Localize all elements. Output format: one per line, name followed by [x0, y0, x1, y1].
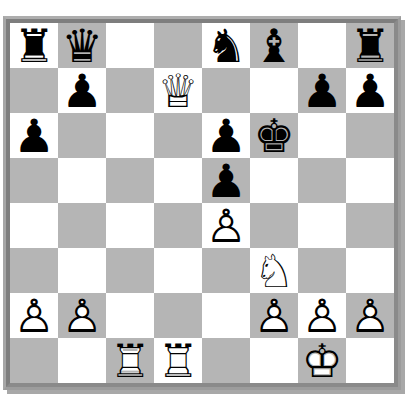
square-d6[interactable]	[154, 113, 202, 158]
board-inner-frame: ♜♛♞♝♜♟♛♕♟♟♟♟♚♟♟♙♞♘♟♙♟♙♟♙♟♙♟♙♜♖♜♖♚♔	[6, 19, 398, 387]
square-e6[interactable]: ♟	[202, 113, 250, 158]
black-pawn: ♟	[10, 113, 58, 158]
square-a5[interactable]	[10, 158, 58, 203]
square-h4[interactable]	[346, 203, 394, 248]
square-d7[interactable]: ♛♕	[154, 68, 202, 113]
square-d4[interactable]	[154, 203, 202, 248]
chess-board-grid: ♜♛♞♝♜♟♛♕♟♟♟♟♚♟♟♙♞♘♟♙♟♙♟♙♟♙♟♙♜♖♜♖♚♔	[10, 23, 394, 383]
black-bishop: ♝	[250, 23, 298, 68]
square-f6[interactable]: ♚	[250, 113, 298, 158]
square-b1[interactable]	[58, 338, 106, 383]
square-h6[interactable]	[346, 113, 394, 158]
square-a2[interactable]: ♟♙	[10, 293, 58, 338]
square-d1[interactable]: ♜♖	[154, 338, 202, 383]
square-e8[interactable]: ♞	[202, 23, 250, 68]
square-f4[interactable]	[250, 203, 298, 248]
square-d8[interactable]	[154, 23, 202, 68]
square-a3[interactable]	[10, 248, 58, 293]
square-a8[interactable]: ♜	[10, 23, 58, 68]
white-pawn: ♟♙	[58, 293, 106, 338]
black-rook: ♜	[346, 23, 394, 68]
black-knight: ♞	[202, 23, 250, 68]
square-c7[interactable]	[106, 68, 154, 113]
black-pawn: ♟	[346, 68, 394, 113]
white-pawn: ♟♙	[250, 293, 298, 338]
black-queen: ♛	[58, 23, 106, 68]
square-b4[interactable]	[58, 203, 106, 248]
black-pawn: ♟	[58, 68, 106, 113]
square-b7[interactable]: ♟	[58, 68, 106, 113]
chess-diagram: ♜♛♞♝♜♟♛♕♟♟♟♟♚♟♟♙♞♘♟♙♟♙♟♙♟♙♟♙♜♖♜♖♚♔	[0, 0, 414, 411]
black-pawn: ♟	[202, 113, 250, 158]
square-h2[interactable]: ♟♙	[346, 293, 394, 338]
square-a6[interactable]: ♟	[10, 113, 58, 158]
square-e7[interactable]	[202, 68, 250, 113]
black-pawn: ♟	[298, 68, 346, 113]
white-rook: ♜♖	[154, 338, 202, 383]
square-g1[interactable]: ♚♔	[298, 338, 346, 383]
white-king: ♚♔	[298, 338, 346, 383]
square-d5[interactable]	[154, 158, 202, 203]
white-pawn: ♟♙	[346, 293, 394, 338]
square-f7[interactable]	[250, 68, 298, 113]
square-g5[interactable]	[298, 158, 346, 203]
square-a1[interactable]	[10, 338, 58, 383]
square-c1[interactable]: ♜♖	[106, 338, 154, 383]
square-d3[interactable]	[154, 248, 202, 293]
square-c4[interactable]	[106, 203, 154, 248]
square-b5[interactable]	[58, 158, 106, 203]
white-queen: ♛♕	[154, 68, 202, 113]
square-b2[interactable]: ♟♙	[58, 293, 106, 338]
square-b3[interactable]	[58, 248, 106, 293]
square-d2[interactable]	[154, 293, 202, 338]
white-knight: ♞♘	[250, 248, 298, 293]
square-c2[interactable]	[106, 293, 154, 338]
square-h3[interactable]	[346, 248, 394, 293]
square-g6[interactable]	[298, 113, 346, 158]
square-h5[interactable]	[346, 158, 394, 203]
square-f5[interactable]	[250, 158, 298, 203]
square-h7[interactable]: ♟	[346, 68, 394, 113]
square-h1[interactable]	[346, 338, 394, 383]
white-pawn: ♟♙	[202, 203, 250, 248]
square-g7[interactable]: ♟	[298, 68, 346, 113]
square-e1[interactable]	[202, 338, 250, 383]
black-rook: ♜	[10, 23, 58, 68]
square-f8[interactable]: ♝	[250, 23, 298, 68]
square-e2[interactable]	[202, 293, 250, 338]
chess-board: ♜♛♞♝♜♟♛♕♟♟♟♟♚♟♟♙♞♘♟♙♟♙♟♙♟♙♟♙♜♖♜♖♚♔	[3, 16, 401, 390]
square-e4[interactable]: ♟♙	[202, 203, 250, 248]
square-f1[interactable]	[250, 338, 298, 383]
square-c3[interactable]	[106, 248, 154, 293]
square-e3[interactable]	[202, 248, 250, 293]
square-a7[interactable]	[10, 68, 58, 113]
white-pawn: ♟♙	[10, 293, 58, 338]
square-c8[interactable]	[106, 23, 154, 68]
square-b6[interactable]	[58, 113, 106, 158]
square-g3[interactable]	[298, 248, 346, 293]
black-king: ♚	[250, 113, 298, 158]
square-g4[interactable]	[298, 203, 346, 248]
square-a4[interactable]	[10, 203, 58, 248]
square-c6[interactable]	[106, 113, 154, 158]
white-rook: ♜♖	[106, 338, 154, 383]
square-e5[interactable]: ♟	[202, 158, 250, 203]
square-h8[interactable]: ♜	[346, 23, 394, 68]
square-f3[interactable]: ♞♘	[250, 248, 298, 293]
white-pawn: ♟♙	[298, 293, 346, 338]
square-g2[interactable]: ♟♙	[298, 293, 346, 338]
black-pawn: ♟	[202, 158, 250, 203]
square-g8[interactable]	[298, 23, 346, 68]
square-f2[interactable]: ♟♙	[250, 293, 298, 338]
square-c5[interactable]	[106, 158, 154, 203]
square-b8[interactable]: ♛	[58, 23, 106, 68]
